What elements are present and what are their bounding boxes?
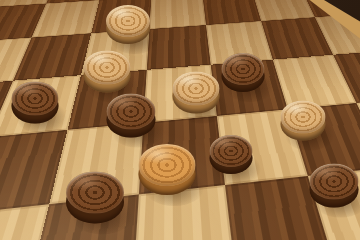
checker-piece-dark[interactable]: [107, 94, 156, 139]
piece-top-rings: [210, 135, 253, 167]
checker-piece-dark[interactable]: [210, 135, 253, 175]
piece-top-rings: [310, 164, 359, 200]
piece-top-rings: [281, 101, 326, 134]
checker-piece-light[interactable]: [106, 5, 150, 45]
checker-piece-light[interactable]: [84, 51, 131, 94]
piece-top-rings: [222, 53, 265, 85]
piece-top-rings: [106, 5, 150, 37]
checker-piece-light[interactable]: [173, 72, 220, 115]
checker-piece-light[interactable]: [281, 101, 326, 142]
checkers-board-photo: [0, 0, 360, 240]
checker-piece-light[interactable]: [139, 144, 196, 196]
checker-piece-dark[interactable]: [66, 172, 124, 225]
checker-piece-dark[interactable]: [222, 53, 265, 93]
checker-piece-dark[interactable]: [12, 82, 59, 125]
piece-top-rings: [66, 172, 124, 214]
piece-top-rings: [107, 94, 156, 130]
checker-piece-dark[interactable]: [310, 164, 359, 209]
piece-top-rings: [139, 144, 196, 186]
